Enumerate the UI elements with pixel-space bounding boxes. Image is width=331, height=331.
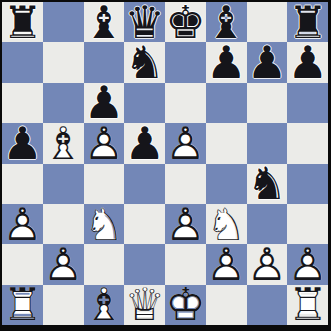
black-king-piece[interactable]: ♚ xyxy=(165,2,206,42)
black-rook-piece[interactable]: ♜ xyxy=(2,2,43,42)
white-pawn-piece[interactable]: ♟♙ xyxy=(2,204,43,244)
white-piece-outline-glyph: ♖ xyxy=(2,285,43,325)
white-knight-piece[interactable]: ♞♘ xyxy=(84,204,125,244)
square-h6[interactable] xyxy=(287,83,328,123)
black-piece-fill-glyph: ♟ xyxy=(247,42,288,82)
square-g1[interactable] xyxy=(247,285,288,325)
black-piece-fill-glyph: ♝ xyxy=(84,2,125,42)
white-piece-outline-glyph: ♙ xyxy=(165,204,206,244)
black-piece-fill-glyph: ♜ xyxy=(2,2,43,42)
square-b7[interactable] xyxy=(43,42,84,82)
white-piece-outline-glyph: ♘ xyxy=(84,204,125,244)
square-a5[interactable]: ♟ xyxy=(2,123,43,163)
square-a3[interactable]: ♟♙ xyxy=(2,204,43,244)
square-a7[interactable] xyxy=(2,42,43,82)
black-piece-fill-glyph: ♟ xyxy=(124,123,165,163)
white-rook-piece[interactable]: ♜♖ xyxy=(2,285,43,325)
white-pawn-piece[interactable]: ♟♙ xyxy=(84,123,125,163)
square-d5[interactable]: ♟ xyxy=(124,123,165,163)
black-bishop-piece[interactable]: ♝ xyxy=(84,2,125,42)
square-g4[interactable]: ♞ xyxy=(247,164,288,204)
square-e8[interactable]: ♚ xyxy=(165,2,206,42)
square-d7[interactable]: ♞ xyxy=(124,42,165,82)
square-f7[interactable]: ♟ xyxy=(206,42,247,82)
square-h1[interactable]: ♜♖ xyxy=(287,285,328,325)
square-f6[interactable] xyxy=(206,83,247,123)
black-pawn-piece[interactable]: ♟ xyxy=(124,123,165,163)
square-f5[interactable] xyxy=(206,123,247,163)
black-pawn-piece[interactable]: ♟ xyxy=(206,42,247,82)
white-pawn-piece[interactable]: ♟♙ xyxy=(165,204,206,244)
white-king-piece[interactable]: ♚♔ xyxy=(165,285,206,325)
square-b8[interactable] xyxy=(43,2,84,42)
square-a1[interactable]: ♜♖ xyxy=(2,285,43,325)
square-f2[interactable]: ♟♙ xyxy=(206,244,247,284)
square-h7[interactable]: ♟ xyxy=(287,42,328,82)
white-piece-outline-glyph: ♕ xyxy=(124,285,165,325)
square-d1[interactable]: ♛♕ xyxy=(124,285,165,325)
white-piece-outline-glyph: ♗ xyxy=(43,123,84,163)
square-h5[interactable] xyxy=(287,123,328,163)
square-d3[interactable] xyxy=(124,204,165,244)
black-piece-fill-glyph: ♞ xyxy=(124,42,165,82)
white-rook-piece[interactable]: ♜♖ xyxy=(287,285,328,325)
white-bishop-piece[interactable]: ♝♗ xyxy=(43,123,84,163)
square-c1[interactable]: ♝♗ xyxy=(84,285,125,325)
square-c5[interactable]: ♟♙ xyxy=(84,123,125,163)
square-f1[interactable] xyxy=(206,285,247,325)
square-e3[interactable]: ♟♙ xyxy=(165,204,206,244)
white-bishop-piece[interactable]: ♝♗ xyxy=(84,285,125,325)
square-g7[interactable]: ♟ xyxy=(247,42,288,82)
white-piece-outline-glyph: ♗ xyxy=(84,285,125,325)
white-pawn-piece[interactable]: ♟♙ xyxy=(43,244,84,284)
white-piece-outline-glyph: ♙ xyxy=(43,244,84,284)
white-pawn-piece[interactable]: ♟♙ xyxy=(206,244,247,284)
white-piece-outline-glyph: ♖ xyxy=(287,285,328,325)
square-c3[interactable]: ♞♘ xyxy=(84,204,125,244)
white-queen-piece[interactable]: ♛♕ xyxy=(124,285,165,325)
white-piece-outline-glyph: ♙ xyxy=(2,204,43,244)
black-piece-fill-glyph: ♟ xyxy=(206,42,247,82)
square-g2[interactable]: ♟♙ xyxy=(247,244,288,284)
white-piece-outline-glyph: ♙ xyxy=(206,244,247,284)
black-piece-fill-glyph: ♚ xyxy=(165,2,206,42)
square-d4[interactable] xyxy=(124,164,165,204)
square-e1[interactable]: ♚♔ xyxy=(165,285,206,325)
square-b2[interactable]: ♟♙ xyxy=(43,244,84,284)
square-b5[interactable]: ♝♗ xyxy=(43,123,84,163)
square-g6[interactable] xyxy=(247,83,288,123)
white-piece-outline-glyph: ♙ xyxy=(165,123,206,163)
white-pawn-piece[interactable]: ♟♙ xyxy=(247,244,288,284)
black-pawn-piece[interactable]: ♟ xyxy=(2,123,43,163)
white-piece-outline-glyph: ♙ xyxy=(247,244,288,284)
chess-board: ♜♝♛♚♝♜♞♟♟♟♟♟♝♗♟♙♟♟♙♞♟♙♞♘♟♙♞♘♟♙♟♙♟♙♟♙♜♖♝♗… xyxy=(2,2,328,325)
white-piece-outline-glyph: ♔ xyxy=(165,285,206,325)
black-piece-fill-glyph: ♟ xyxy=(287,42,328,82)
square-b1[interactable] xyxy=(43,285,84,325)
black-pawn-piece[interactable]: ♟ xyxy=(287,42,328,82)
square-e5[interactable]: ♟♙ xyxy=(165,123,206,163)
black-pawn-piece[interactable]: ♟ xyxy=(247,42,288,82)
black-knight-piece[interactable]: ♞ xyxy=(124,42,165,82)
square-e7[interactable] xyxy=(165,42,206,82)
white-pawn-piece[interactable]: ♟♙ xyxy=(165,123,206,163)
black-piece-fill-glyph: ♞ xyxy=(247,164,288,204)
white-piece-outline-glyph: ♙ xyxy=(84,123,125,163)
black-knight-piece[interactable]: ♞ xyxy=(247,164,288,204)
square-a8[interactable]: ♜ xyxy=(2,2,43,42)
square-c8[interactable]: ♝ xyxy=(84,2,125,42)
chessboard-frame: ♜♝♛♚♝♜♞♟♟♟♟♟♝♗♟♙♟♟♙♞♟♙♞♘♟♙♞♘♟♙♟♙♟♙♟♙♜♖♝♗… xyxy=(0,0,331,331)
black-piece-fill-glyph: ♟ xyxy=(2,123,43,163)
square-h4[interactable] xyxy=(287,164,328,204)
square-b4[interactable] xyxy=(43,164,84,204)
